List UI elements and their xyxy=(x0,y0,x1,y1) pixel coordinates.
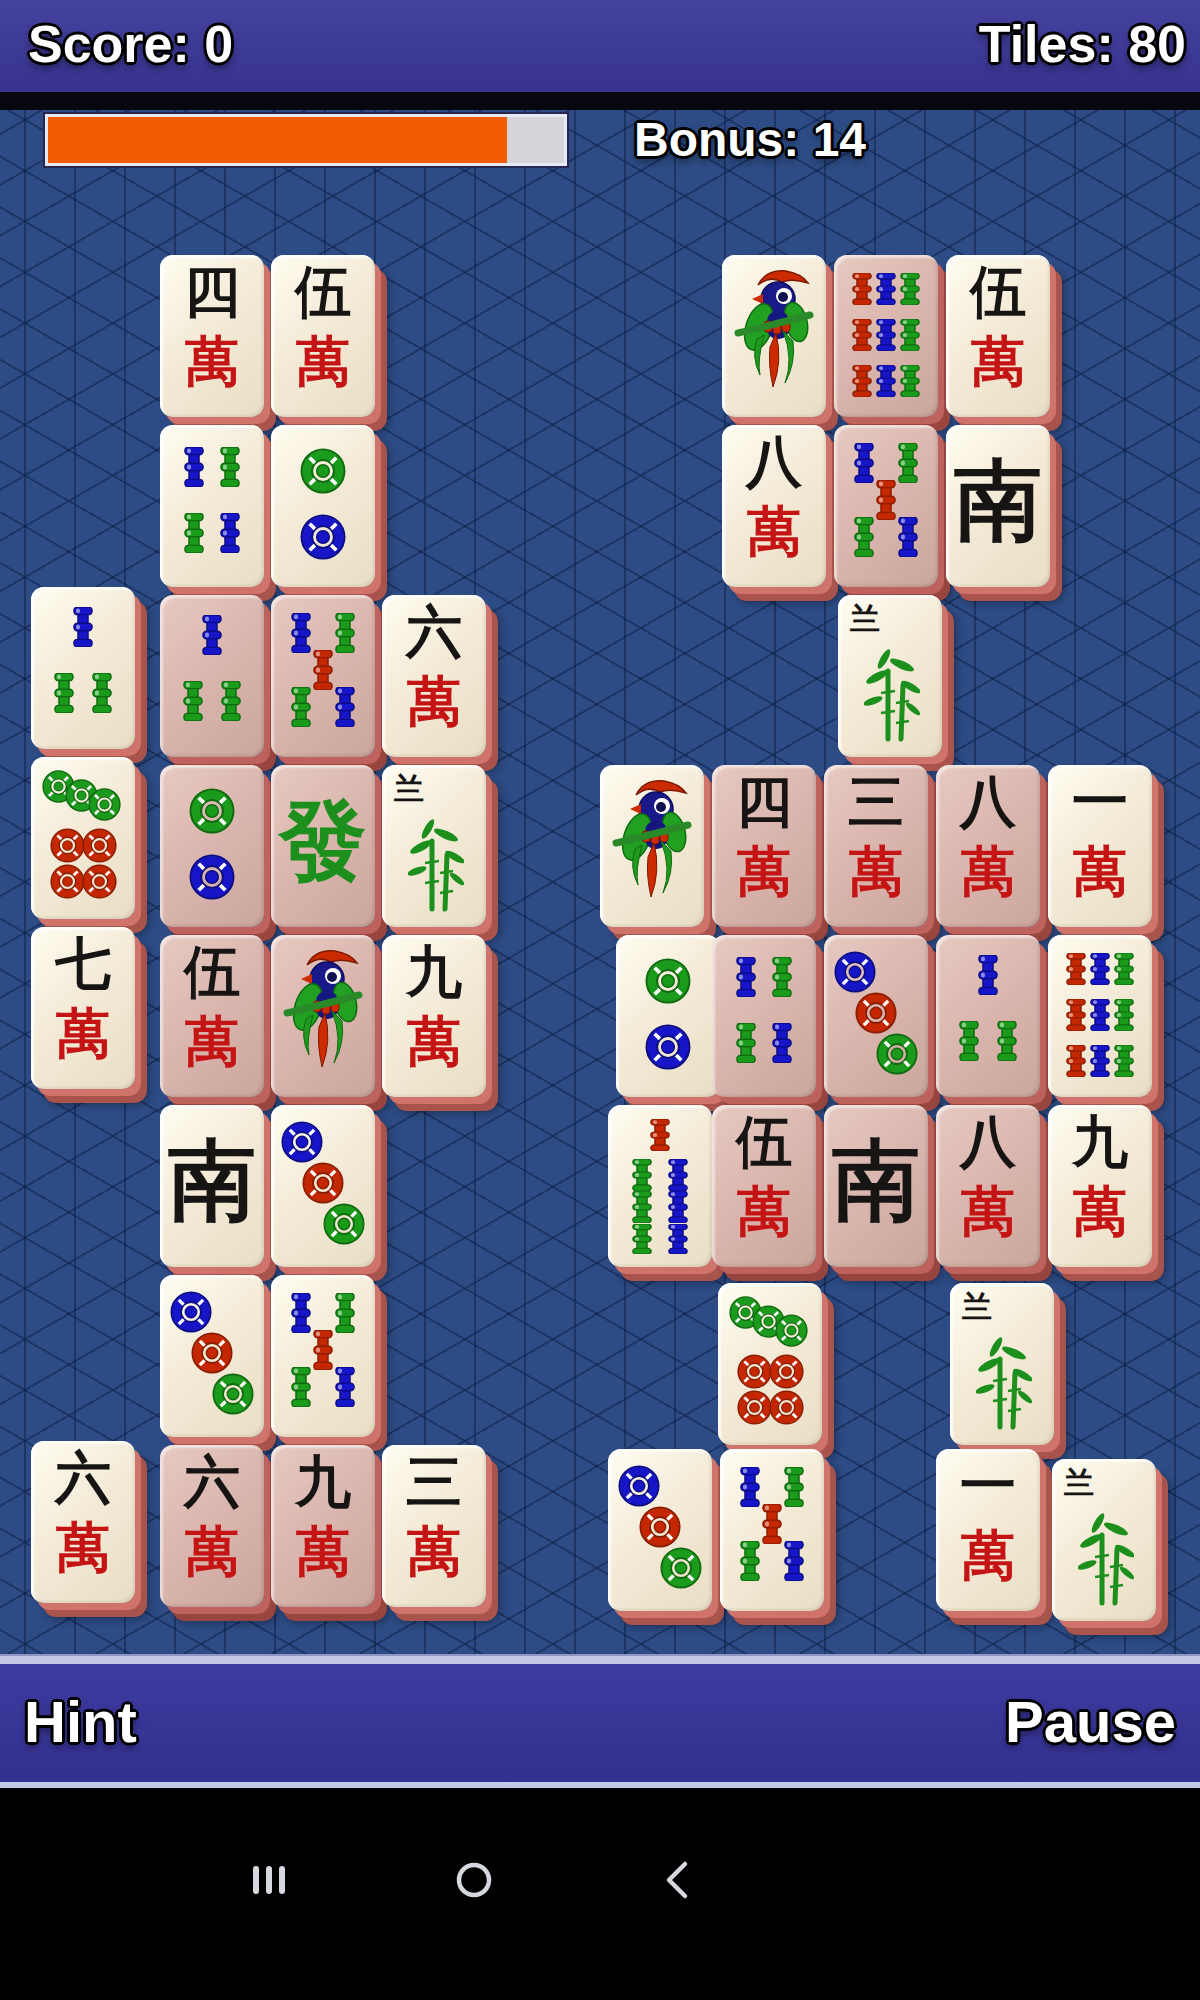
tile-F[interactable]: 發 xyxy=(271,765,375,927)
tile-4s[interactable] xyxy=(160,425,264,587)
tile-5s[interactable] xyxy=(271,1275,375,1437)
tile-5s[interactable] xyxy=(720,1449,824,1611)
tile-9m[interactable]: 九萬 xyxy=(271,1445,375,1607)
mahjong-app-screen: Score: 0 Tiles: 80 Bonus: 14 四萬伍萬 xyxy=(0,0,1200,2000)
tile-4m[interactable]: 四萬 xyxy=(160,255,264,417)
tile-2p[interactable] xyxy=(160,765,264,927)
back-icon[interactable] xyxy=(658,1858,702,1902)
score-label: Score: 0 xyxy=(28,14,233,74)
tile-fl[interactable]: 兰 xyxy=(1052,1459,1156,1621)
tile-1m[interactable]: 一萬 xyxy=(936,1449,1040,1611)
tile-2p[interactable] xyxy=(271,425,375,587)
hint-button[interactable]: Hint xyxy=(24,1688,137,1755)
bottom-action-bar: Hint Pause xyxy=(0,1664,1200,1782)
tile-9s[interactable] xyxy=(834,255,938,417)
tile-7m[interactable]: 七萬 xyxy=(31,927,135,1089)
tile-4m[interactable]: 四萬 xyxy=(712,765,816,927)
tile-fl[interactable]: 兰 xyxy=(382,765,486,927)
tile-2p[interactable] xyxy=(616,935,720,1097)
tile-9m[interactable]: 九萬 xyxy=(382,935,486,1097)
tile-4s[interactable] xyxy=(712,935,816,1097)
tile-1m[interactable]: 一萬 xyxy=(1048,765,1152,927)
tile-3p[interactable] xyxy=(271,1105,375,1267)
home-icon[interactable] xyxy=(452,1858,496,1902)
tile-5m[interactable]: 伍萬 xyxy=(712,1105,816,1267)
tile-6m[interactable]: 六萬 xyxy=(160,1445,264,1607)
pause-button[interactable]: Pause xyxy=(1005,1688,1176,1755)
tile-9s[interactable] xyxy=(1048,935,1152,1097)
tile-3p[interactable] xyxy=(608,1449,712,1611)
tile-7s[interactable] xyxy=(608,1105,712,1267)
tile-6m[interactable]: 六萬 xyxy=(31,1441,135,1603)
tile-8m[interactable]: 八萬 xyxy=(936,1105,1040,1267)
tile-fl[interactable]: 兰 xyxy=(950,1283,1054,1445)
tile-S[interactable]: 南 xyxy=(946,425,1050,587)
tile-1s[interactable] xyxy=(271,935,375,1097)
tile-8m[interactable]: 八萬 xyxy=(936,765,1040,927)
bonus-progress-bar xyxy=(45,114,567,166)
tile-3p[interactable] xyxy=(160,1275,264,1437)
tile-3m[interactable]: 三萬 xyxy=(382,1445,486,1607)
top-status-bar: Score: 0 Tiles: 80 xyxy=(0,0,1200,92)
top-divider xyxy=(0,92,1200,110)
tile-7p[interactable] xyxy=(31,757,135,919)
tile-1s[interactable] xyxy=(722,255,826,417)
tile-1s[interactable] xyxy=(600,765,704,927)
tile-5m[interactable]: 伍萬 xyxy=(271,255,375,417)
tile-S[interactable]: 南 xyxy=(160,1105,264,1267)
playfield: Bonus: 14 四萬伍萬 xyxy=(0,110,1200,1654)
tile-5s[interactable] xyxy=(834,425,938,587)
tile-9m[interactable]: 九萬 xyxy=(1048,1105,1152,1267)
tile-3s[interactable] xyxy=(936,935,1040,1097)
bonus-progress-fill xyxy=(48,117,507,163)
android-nav-bar xyxy=(0,1788,1200,2000)
tile-5m[interactable]: 伍萬 xyxy=(946,255,1050,417)
tile-7p[interactable] xyxy=(718,1283,822,1445)
tile-6m[interactable]: 六萬 xyxy=(382,595,486,757)
tile-fl[interactable]: 兰 xyxy=(838,595,942,757)
recent-apps-icon[interactable] xyxy=(247,1858,291,1902)
tile-3s[interactable] xyxy=(31,587,135,749)
tile-5s[interactable] xyxy=(271,595,375,757)
tiles-remaining-label: Tiles: 80 xyxy=(979,14,1186,74)
tile-5m[interactable]: 伍萬 xyxy=(160,935,264,1097)
tile-3p[interactable] xyxy=(824,935,928,1097)
tile-3s[interactable] xyxy=(160,595,264,757)
tile-8m[interactable]: 八萬 xyxy=(722,425,826,587)
tile-S[interactable]: 南 xyxy=(824,1105,928,1267)
tile-3m[interactable]: 三萬 xyxy=(824,765,928,927)
bonus-label: Bonus: 14 xyxy=(600,112,900,167)
